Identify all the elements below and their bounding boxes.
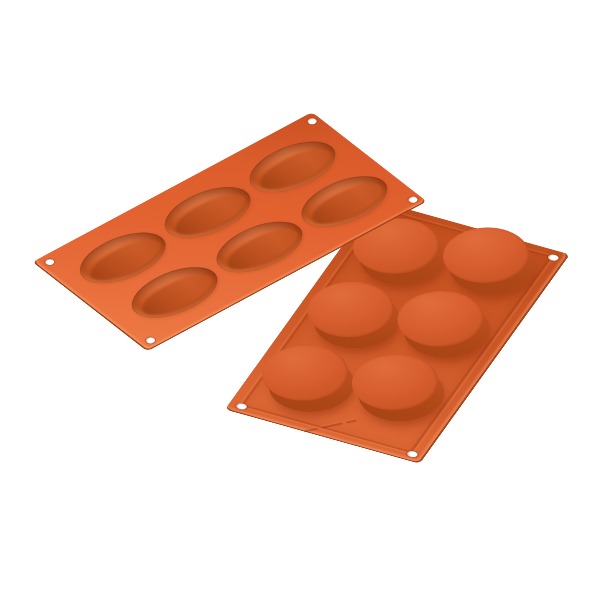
- screw-hole: [144, 336, 157, 344]
- screw-hole: [406, 450, 420, 458]
- screw-hole: [306, 117, 319, 125]
- screw-hole: [43, 258, 56, 266]
- product-photo: [0, 0, 600, 600]
- oval-wells: [34, 112, 312, 261]
- screw-hole: [407, 196, 420, 204]
